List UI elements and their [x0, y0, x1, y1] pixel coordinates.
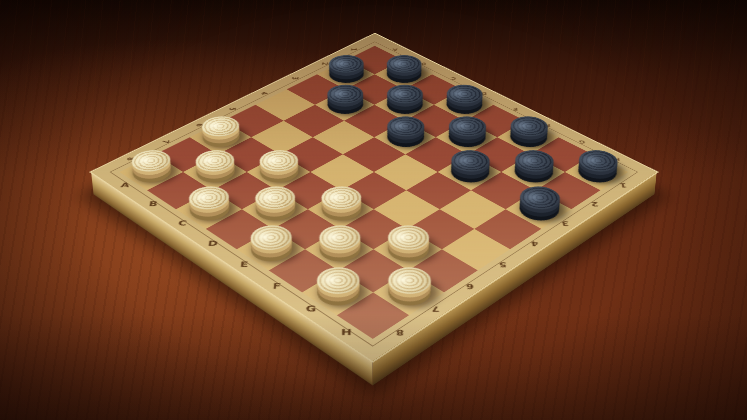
scene: 87654321 87654321 ABCDEFGH ABCDEFGH [0, 0, 747, 420]
table-background: 87654321 87654321 ABCDEFGH ABCDEFGH [0, 0, 747, 420]
piece-white-A8[interactable] [124, 157, 178, 187]
piece-white-C6[interactable] [251, 157, 305, 187]
checkers-board: 87654321 87654321 ABCDEFGH ABCDEFGH [91, 34, 657, 361]
board-top-face: 87654321 87654321 ABCDEFGH ABCDEFGH [91, 34, 657, 361]
